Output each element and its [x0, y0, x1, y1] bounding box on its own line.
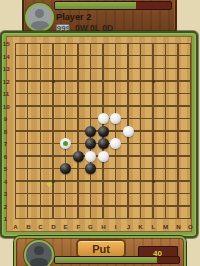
cell-M12[interactable]	[159, 75, 172, 88]
cell-J5[interactable]	[122, 162, 135, 175]
cell-N2[interactable]	[172, 200, 185, 213]
cell-J11[interactable]	[122, 87, 135, 100]
black-stone	[98, 126, 109, 137]
cell-L8[interactable]	[147, 125, 160, 138]
white-stone	[110, 138, 121, 149]
cell-K9[interactable]	[134, 112, 147, 125]
cell-N12[interactable]	[172, 75, 185, 88]
row-label-11: 11	[3, 91, 9, 97]
cell-F7[interactable]	[72, 137, 85, 150]
cell-H10[interactable]	[97, 100, 110, 113]
row-label-4: 4	[3, 178, 9, 184]
cell-L2[interactable]	[147, 200, 160, 213]
white-stone	[85, 151, 96, 162]
col-label-O: O	[188, 224, 194, 230]
row-label-13: 13	[3, 66, 9, 72]
cell-K7[interactable]	[134, 137, 147, 150]
cell-K8[interactable]	[134, 125, 147, 138]
cell-F10[interactable]	[72, 100, 85, 113]
cell-K13[interactable]	[134, 62, 147, 75]
cell-I4[interactable]	[109, 175, 122, 188]
cell-O12[interactable]	[184, 75, 197, 88]
cell-N5[interactable]	[172, 162, 185, 175]
cell-J3[interactable]	[122, 187, 135, 200]
cell-B7[interactable]	[22, 137, 35, 150]
cell-L3[interactable]	[147, 187, 160, 200]
black-stone	[85, 163, 96, 174]
white-stone	[98, 113, 109, 124]
cell-J6[interactable]	[122, 150, 135, 163]
cell-A9[interactable]	[9, 112, 22, 125]
cell-J2[interactable]	[122, 200, 135, 213]
cell-B15[interactable]	[22, 37, 35, 50]
col-label-M: M	[163, 224, 169, 230]
row-label-9: 9	[3, 116, 9, 122]
cell-G7[interactable]	[84, 137, 97, 150]
cell-B2[interactable]	[22, 200, 35, 213]
cell-B12[interactable]	[22, 75, 35, 88]
player-timer-fill	[55, 257, 157, 263]
cell-F2[interactable]	[72, 200, 85, 213]
cell-J7[interactable]	[122, 137, 135, 150]
col-label-A: A	[13, 224, 19, 230]
row-label-8: 8	[3, 128, 9, 134]
cell-G3[interactable]	[84, 187, 97, 200]
row-label-14: 14	[3, 53, 9, 59]
cell-M9[interactable]	[159, 112, 172, 125]
col-label-G: G	[88, 224, 94, 230]
cell-I15[interactable]	[109, 37, 122, 50]
cell-F12[interactable]	[72, 75, 85, 88]
col-label-K: K	[138, 224, 144, 230]
cell-E15[interactable]	[59, 37, 72, 50]
cell-O10[interactable]	[184, 100, 197, 113]
cell-H8[interactable]	[97, 125, 110, 138]
cell-B4[interactable]	[22, 175, 35, 188]
cell-N6[interactable]	[172, 150, 185, 163]
cell-L7[interactable]	[147, 137, 160, 150]
cell-M11[interactable]	[159, 87, 172, 100]
cell-O9[interactable]	[184, 112, 197, 125]
cell-C5[interactable]	[34, 162, 47, 175]
cell-K11[interactable]	[134, 87, 147, 100]
cell-A8[interactable]	[9, 125, 22, 138]
cell-I3[interactable]	[109, 187, 122, 200]
cell-B11[interactable]	[22, 87, 35, 100]
cell-H11[interactable]	[97, 87, 110, 100]
cell-I13[interactable]	[109, 62, 122, 75]
cell-M2[interactable]	[159, 200, 172, 213]
cell-H14[interactable]	[97, 50, 110, 63]
cell-K10[interactable]	[134, 100, 147, 113]
cell-L12[interactable]	[147, 75, 160, 88]
cell-B3[interactable]	[22, 187, 35, 200]
cell-A5[interactable]	[9, 162, 22, 175]
cell-E6[interactable]	[59, 150, 72, 163]
cell-I10[interactable]	[109, 100, 122, 113]
white-stone	[110, 113, 121, 124]
cell-H3[interactable]	[97, 187, 110, 200]
cell-N9[interactable]	[172, 112, 185, 125]
cell-G9[interactable]	[84, 112, 97, 125]
cell-H4[interactable]	[97, 175, 110, 188]
board-grid	[9, 37, 197, 225]
cell-C9[interactable]	[34, 112, 47, 125]
cell-J13[interactable]	[122, 62, 135, 75]
cell-J14[interactable]	[122, 50, 135, 63]
cell-D13[interactable]	[47, 62, 60, 75]
cell-O2[interactable]	[184, 200, 197, 213]
cell-M14[interactable]	[159, 50, 172, 63]
cell-A6[interactable]	[9, 150, 22, 163]
cell-E7[interactable]	[59, 137, 72, 150]
col-label-C: C	[38, 224, 44, 230]
cell-G6[interactable]	[84, 150, 97, 163]
cell-O8[interactable]	[184, 125, 197, 138]
row-label-12: 12	[3, 78, 9, 84]
cell-N13[interactable]	[172, 62, 185, 75]
cell-I8[interactable]	[109, 125, 122, 138]
cell-F11[interactable]	[72, 87, 85, 100]
black-stone	[73, 151, 84, 162]
cell-C10[interactable]	[34, 100, 47, 113]
cell-O11[interactable]	[184, 87, 197, 100]
avatar-person-icon	[35, 9, 44, 18]
row-label-10: 10	[3, 103, 9, 109]
white-stone	[123, 126, 134, 137]
cell-G10[interactable]	[84, 100, 97, 113]
col-label-F: F	[75, 224, 81, 230]
cell-C6[interactable]	[34, 150, 47, 163]
cell-N4[interactable]	[172, 175, 185, 188]
cell-B13[interactable]	[22, 62, 35, 75]
black-stone	[85, 126, 96, 137]
cell-B6[interactable]	[22, 150, 35, 163]
row-label-5: 5	[3, 166, 9, 172]
cell-B14[interactable]	[22, 50, 35, 63]
cell-K14[interactable]	[134, 50, 147, 63]
player-timer-bar	[54, 256, 180, 264]
cell-D9[interactable]	[47, 112, 60, 125]
cell-G8[interactable]	[84, 125, 97, 138]
board-frame: ✦ 151413121110987654321ABCDEFGHIJKLMNO	[0, 31, 198, 238]
cell-J12[interactable]	[122, 75, 135, 88]
cell-D15[interactable]	[47, 37, 60, 50]
cell-N7[interactable]	[172, 137, 185, 150]
cell-L5[interactable]	[147, 162, 160, 175]
cell-E3[interactable]	[59, 187, 72, 200]
cell-C2[interactable]	[34, 200, 47, 213]
cell-H7[interactable]	[97, 137, 110, 150]
cell-I6[interactable]	[109, 150, 122, 163]
cell-A13[interactable]	[9, 62, 22, 75]
cell-D4[interactable]	[47, 175, 60, 188]
cell-I14[interactable]	[109, 50, 122, 63]
cell-N3[interactable]	[172, 187, 185, 200]
cell-C7[interactable]	[34, 137, 47, 150]
gomoku-board: ✦ 151413121110987654321ABCDEFGHIJKLMNO	[6, 36, 192, 232]
cell-O4[interactable]	[184, 175, 197, 188]
cell-M13[interactable]	[159, 62, 172, 75]
cell-J4[interactable]	[122, 175, 135, 188]
row-label-1: 1	[3, 216, 9, 222]
cell-B10[interactable]	[22, 100, 35, 113]
cell-F4[interactable]	[72, 175, 85, 188]
last-move-marker	[63, 141, 68, 146]
cell-C13[interactable]	[34, 62, 47, 75]
cell-A7[interactable]	[9, 137, 22, 150]
cell-A3[interactable]	[9, 187, 22, 200]
cell-A14[interactable]	[9, 50, 22, 63]
cell-B8[interactable]	[22, 125, 35, 138]
black-stone	[60, 163, 71, 174]
opponent-timer-fill	[55, 2, 136, 9]
gomoku-app: Player 2 999 0W 0L 0D ✦ 1514131211109876…	[0, 0, 200, 266]
black-stone	[85, 138, 96, 149]
cell-H13[interactable]	[97, 62, 110, 75]
cell-C14[interactable]	[34, 50, 47, 63]
cell-H2[interactable]	[97, 200, 110, 213]
cell-K3[interactable]	[134, 187, 147, 200]
cell-H5[interactable]	[97, 162, 110, 175]
cell-G5[interactable]	[84, 162, 97, 175]
cell-M8[interactable]	[159, 125, 172, 138]
opponent-timer-bar	[54, 1, 172, 10]
cell-F6[interactable]	[72, 150, 85, 163]
cell-O15[interactable]	[184, 37, 197, 50]
cell-F9[interactable]	[72, 112, 85, 125]
cell-A15[interactable]	[9, 37, 22, 50]
row-label-15: 15	[3, 41, 9, 47]
cell-F14[interactable]	[72, 50, 85, 63]
cell-O14[interactable]	[184, 50, 197, 63]
cell-B9[interactable]	[22, 112, 35, 125]
row-label-3: 3	[3, 191, 9, 197]
cell-H6[interactable]	[97, 150, 110, 163]
cell-F3[interactable]	[72, 187, 85, 200]
cell-M5[interactable]	[159, 162, 172, 175]
cell-E13[interactable]	[59, 62, 72, 75]
cell-A4[interactable]	[9, 175, 22, 188]
cell-C15[interactable]	[34, 37, 47, 50]
cell-E14[interactable]	[59, 50, 72, 63]
player-avatar	[24, 240, 54, 266]
cell-H12[interactable]	[97, 75, 110, 88]
cell-M3[interactable]	[159, 187, 172, 200]
cell-D6[interactable]	[47, 150, 60, 163]
cell-I11[interactable]	[109, 87, 122, 100]
col-label-E: E	[63, 224, 69, 230]
cell-O3[interactable]	[184, 187, 197, 200]
cell-J10[interactable]	[122, 100, 135, 113]
cell-G13[interactable]	[84, 62, 97, 75]
cell-I9[interactable]	[109, 112, 122, 125]
col-label-N: N	[175, 224, 181, 230]
cell-J9[interactable]	[122, 112, 135, 125]
cell-K12[interactable]	[134, 75, 147, 88]
cell-D5[interactable]	[47, 162, 60, 175]
cell-I5[interactable]	[109, 162, 122, 175]
cell-D14[interactable]	[47, 50, 60, 63]
cell-D7[interactable]	[47, 137, 60, 150]
cell-I12[interactable]	[109, 75, 122, 88]
cell-N11[interactable]	[172, 87, 185, 100]
cell-O7[interactable]	[184, 137, 197, 150]
cell-G11[interactable]	[84, 87, 97, 100]
cell-E5[interactable]	[59, 162, 72, 175]
cell-D10[interactable]	[47, 100, 60, 113]
cell-L10[interactable]	[147, 100, 160, 113]
cell-C12[interactable]	[34, 75, 47, 88]
cell-I7[interactable]	[109, 137, 122, 150]
cell-M4[interactable]	[159, 175, 172, 188]
opponent-name: Player 2	[56, 11, 91, 21]
cell-B5[interactable]	[22, 162, 35, 175]
cell-K5[interactable]	[134, 162, 147, 175]
cell-L11[interactable]	[147, 87, 160, 100]
cell-N8[interactable]	[172, 125, 185, 138]
cell-G2[interactable]	[84, 200, 97, 213]
cell-E8[interactable]	[59, 125, 72, 138]
col-label-H: H	[100, 224, 106, 230]
cell-L14[interactable]	[147, 50, 160, 63]
row-label-6: 6	[3, 153, 9, 159]
cell-O5[interactable]	[184, 162, 197, 175]
cell-K2[interactable]	[134, 200, 147, 213]
cell-A2[interactable]	[9, 200, 22, 213]
cell-N10[interactable]	[172, 100, 185, 113]
cell-M10[interactable]	[159, 100, 172, 113]
cell-D8[interactable]	[47, 125, 60, 138]
cell-L6[interactable]	[147, 150, 160, 163]
cell-F15[interactable]	[72, 37, 85, 50]
cell-D11[interactable]	[47, 87, 60, 100]
cell-H9[interactable]	[97, 112, 110, 125]
cell-N15[interactable]	[172, 37, 185, 50]
white-stone	[60, 138, 71, 149]
cell-I2[interactable]	[109, 200, 122, 213]
cell-O6[interactable]	[184, 150, 197, 163]
cell-J8[interactable]	[122, 125, 135, 138]
avatar-person-icon	[30, 258, 49, 266]
cell-F5[interactable]	[72, 162, 85, 175]
black-stone	[98, 138, 109, 149]
opponent-panel: Player 2 999 0W 0L 0D	[22, 0, 177, 34]
row-label-7: 7	[3, 141, 9, 147]
cell-C11[interactable]	[34, 87, 47, 100]
avatar-person-icon	[31, 21, 49, 30]
col-label-I: I	[113, 224, 119, 230]
cell-L13[interactable]	[147, 62, 160, 75]
cell-E10[interactable]	[59, 100, 72, 113]
col-label-L: L	[150, 224, 156, 230]
cell-A11[interactable]	[9, 87, 22, 100]
cell-K6[interactable]	[134, 150, 147, 163]
cell-F8[interactable]	[72, 125, 85, 138]
cell-J15[interactable]	[122, 37, 135, 50]
cell-C3[interactable]	[34, 187, 47, 200]
cell-E9[interactable]	[59, 112, 72, 125]
cell-M15[interactable]	[159, 37, 172, 50]
cell-N14[interactable]	[172, 50, 185, 63]
cell-F13[interactable]	[72, 62, 85, 75]
cell-M6[interactable]	[159, 150, 172, 163]
avatar-person-icon	[34, 246, 43, 255]
row-label-2: 2	[3, 203, 9, 209]
cell-L15[interactable]	[147, 37, 160, 50]
cell-E2[interactable]	[59, 200, 72, 213]
cell-G4[interactable]	[84, 175, 97, 188]
cell-E4[interactable]	[59, 175, 72, 188]
cell-G12[interactable]	[84, 75, 97, 88]
cell-M7[interactable]	[159, 137, 172, 150]
cell-K4[interactable]	[134, 175, 147, 188]
opponent-avatar	[25, 3, 54, 32]
cell-C8[interactable]	[34, 125, 47, 138]
cell-D3[interactable]	[47, 187, 60, 200]
cell-K15[interactable]	[134, 37, 147, 50]
col-label-B: B	[25, 224, 31, 230]
cell-G15[interactable]	[84, 37, 97, 50]
cell-A12[interactable]	[9, 75, 22, 88]
cell-H15[interactable]	[97, 37, 110, 50]
cell-G14[interactable]	[84, 50, 97, 63]
white-stone	[98, 151, 109, 162]
player-panel: Put 40	[14, 236, 186, 266]
cell-E12[interactable]	[59, 75, 72, 88]
col-label-J: J	[125, 224, 131, 230]
cell-L9[interactable]	[147, 112, 160, 125]
cell-L4[interactable]	[147, 175, 160, 188]
cell-D2[interactable]	[47, 200, 60, 213]
cell-A10[interactable]	[9, 100, 22, 113]
cell-D12[interactable]	[47, 75, 60, 88]
cell-C4[interactable]	[34, 175, 47, 188]
cell-E11[interactable]	[59, 87, 72, 100]
cell-O13[interactable]	[184, 62, 197, 75]
col-label-D: D	[50, 224, 56, 230]
